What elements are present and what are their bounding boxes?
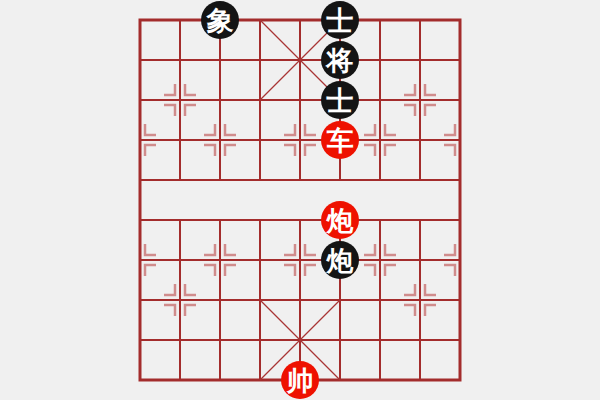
point-c5[interactable]	[200, 160, 240, 200]
point-b4[interactable]	[160, 200, 200, 240]
point-i1[interactable]	[440, 320, 480, 360]
point-b5[interactable]	[160, 160, 200, 200]
point-h4[interactable]	[400, 200, 440, 240]
point-c8[interactable]	[200, 40, 240, 80]
point-c1[interactable]	[200, 320, 240, 360]
point-d1[interactable]	[240, 320, 280, 360]
point-g3[interactable]	[360, 240, 400, 280]
point-f0[interactable]	[320, 360, 360, 400]
piece-red-general[interactable]: 帅	[281, 361, 319, 399]
piece-black-cannon[interactable]: 炮	[321, 241, 359, 279]
point-e1[interactable]	[280, 320, 320, 360]
point-h3[interactable]	[400, 240, 440, 280]
point-d2[interactable]	[240, 280, 280, 320]
point-c4[interactable]	[200, 200, 240, 240]
point-i8[interactable]	[440, 40, 480, 80]
point-g2[interactable]	[360, 280, 400, 320]
point-d4[interactable]	[240, 200, 280, 240]
point-d6[interactable]	[240, 120, 280, 160]
point-h6[interactable]	[400, 120, 440, 160]
point-g8[interactable]	[360, 40, 400, 80]
point-d5[interactable]	[240, 160, 280, 200]
point-i3[interactable]	[440, 240, 480, 280]
point-b0[interactable]	[160, 360, 200, 400]
point-f7[interactable]: 士	[320, 80, 360, 120]
point-h0[interactable]	[400, 360, 440, 400]
point-d9[interactable]	[240, 0, 280, 40]
point-i4[interactable]	[440, 200, 480, 240]
point-f1[interactable]	[320, 320, 360, 360]
point-c2[interactable]	[200, 280, 240, 320]
point-g4[interactable]	[360, 200, 400, 240]
point-c9[interactable]: 象	[200, 0, 240, 40]
point-d0[interactable]	[240, 360, 280, 400]
point-f5[interactable]	[320, 160, 360, 200]
point-b2[interactable]	[160, 280, 200, 320]
point-b7[interactable]	[160, 80, 200, 120]
point-d8[interactable]	[240, 40, 280, 80]
point-h1[interactable]	[400, 320, 440, 360]
piece-black-advisor[interactable]: 士	[321, 81, 359, 119]
point-f8[interactable]: 将	[320, 40, 360, 80]
point-e9[interactable]	[280, 0, 320, 40]
point-b6[interactable]	[160, 120, 200, 160]
point-g5[interactable]	[360, 160, 400, 200]
point-i9[interactable]	[440, 0, 480, 40]
point-c3[interactable]	[200, 240, 240, 280]
point-g6[interactable]	[360, 120, 400, 160]
point-i2[interactable]	[440, 280, 480, 320]
point-h8[interactable]	[400, 40, 440, 80]
pieces-grid: 象士将士车炮炮帅	[120, 0, 480, 400]
point-g7[interactable]	[360, 80, 400, 120]
piece-red-chariot[interactable]: 车	[321, 121, 359, 159]
point-e3[interactable]	[280, 240, 320, 280]
point-e6[interactable]	[280, 120, 320, 160]
point-a8[interactable]	[120, 40, 160, 80]
point-b1[interactable]	[160, 320, 200, 360]
point-d3[interactable]	[240, 240, 280, 280]
point-f9[interactable]: 士	[320, 0, 360, 40]
point-f6[interactable]: 车	[320, 120, 360, 160]
point-h2[interactable]	[400, 280, 440, 320]
point-a0[interactable]	[120, 360, 160, 400]
point-i6[interactable]	[440, 120, 480, 160]
point-a1[interactable]	[120, 320, 160, 360]
point-g9[interactable]	[360, 0, 400, 40]
point-g1[interactable]	[360, 320, 400, 360]
point-e5[interactable]	[280, 160, 320, 200]
point-e8[interactable]	[280, 40, 320, 80]
point-e0[interactable]: 帅	[280, 360, 320, 400]
point-f2[interactable]	[320, 280, 360, 320]
point-e2[interactable]	[280, 280, 320, 320]
point-g0[interactable]	[360, 360, 400, 400]
point-b8[interactable]	[160, 40, 200, 80]
point-b9[interactable]	[160, 0, 200, 40]
point-h7[interactable]	[400, 80, 440, 120]
piece-black-advisor[interactable]: 士	[321, 1, 359, 39]
point-h9[interactable]	[400, 0, 440, 40]
point-a3[interactable]	[120, 240, 160, 280]
point-c6[interactable]	[200, 120, 240, 160]
piece-black-elephant[interactable]: 象	[201, 1, 239, 39]
point-i5[interactable]	[440, 160, 480, 200]
point-i0[interactable]	[440, 360, 480, 400]
point-c0[interactable]	[200, 360, 240, 400]
point-a2[interactable]	[120, 280, 160, 320]
point-h5[interactable]	[400, 160, 440, 200]
point-d7[interactable]	[240, 80, 280, 120]
point-a4[interactable]	[120, 200, 160, 240]
point-a9[interactable]	[120, 0, 160, 40]
point-a6[interactable]	[120, 120, 160, 160]
point-a7[interactable]	[120, 80, 160, 120]
point-a5[interactable]	[120, 160, 160, 200]
point-e4[interactable]	[280, 200, 320, 240]
xiangqi-board: 象士将士车炮炮帅	[0, 0, 600, 400]
point-f4[interactable]: 炮	[320, 200, 360, 240]
point-i7[interactable]	[440, 80, 480, 120]
piece-red-cannon[interactable]: 炮	[321, 201, 359, 239]
piece-black-general[interactable]: 将	[321, 41, 359, 79]
point-f3[interactable]: 炮	[320, 240, 360, 280]
point-e7[interactable]	[280, 80, 320, 120]
point-b3[interactable]	[160, 240, 200, 280]
point-c7[interactable]	[200, 80, 240, 120]
